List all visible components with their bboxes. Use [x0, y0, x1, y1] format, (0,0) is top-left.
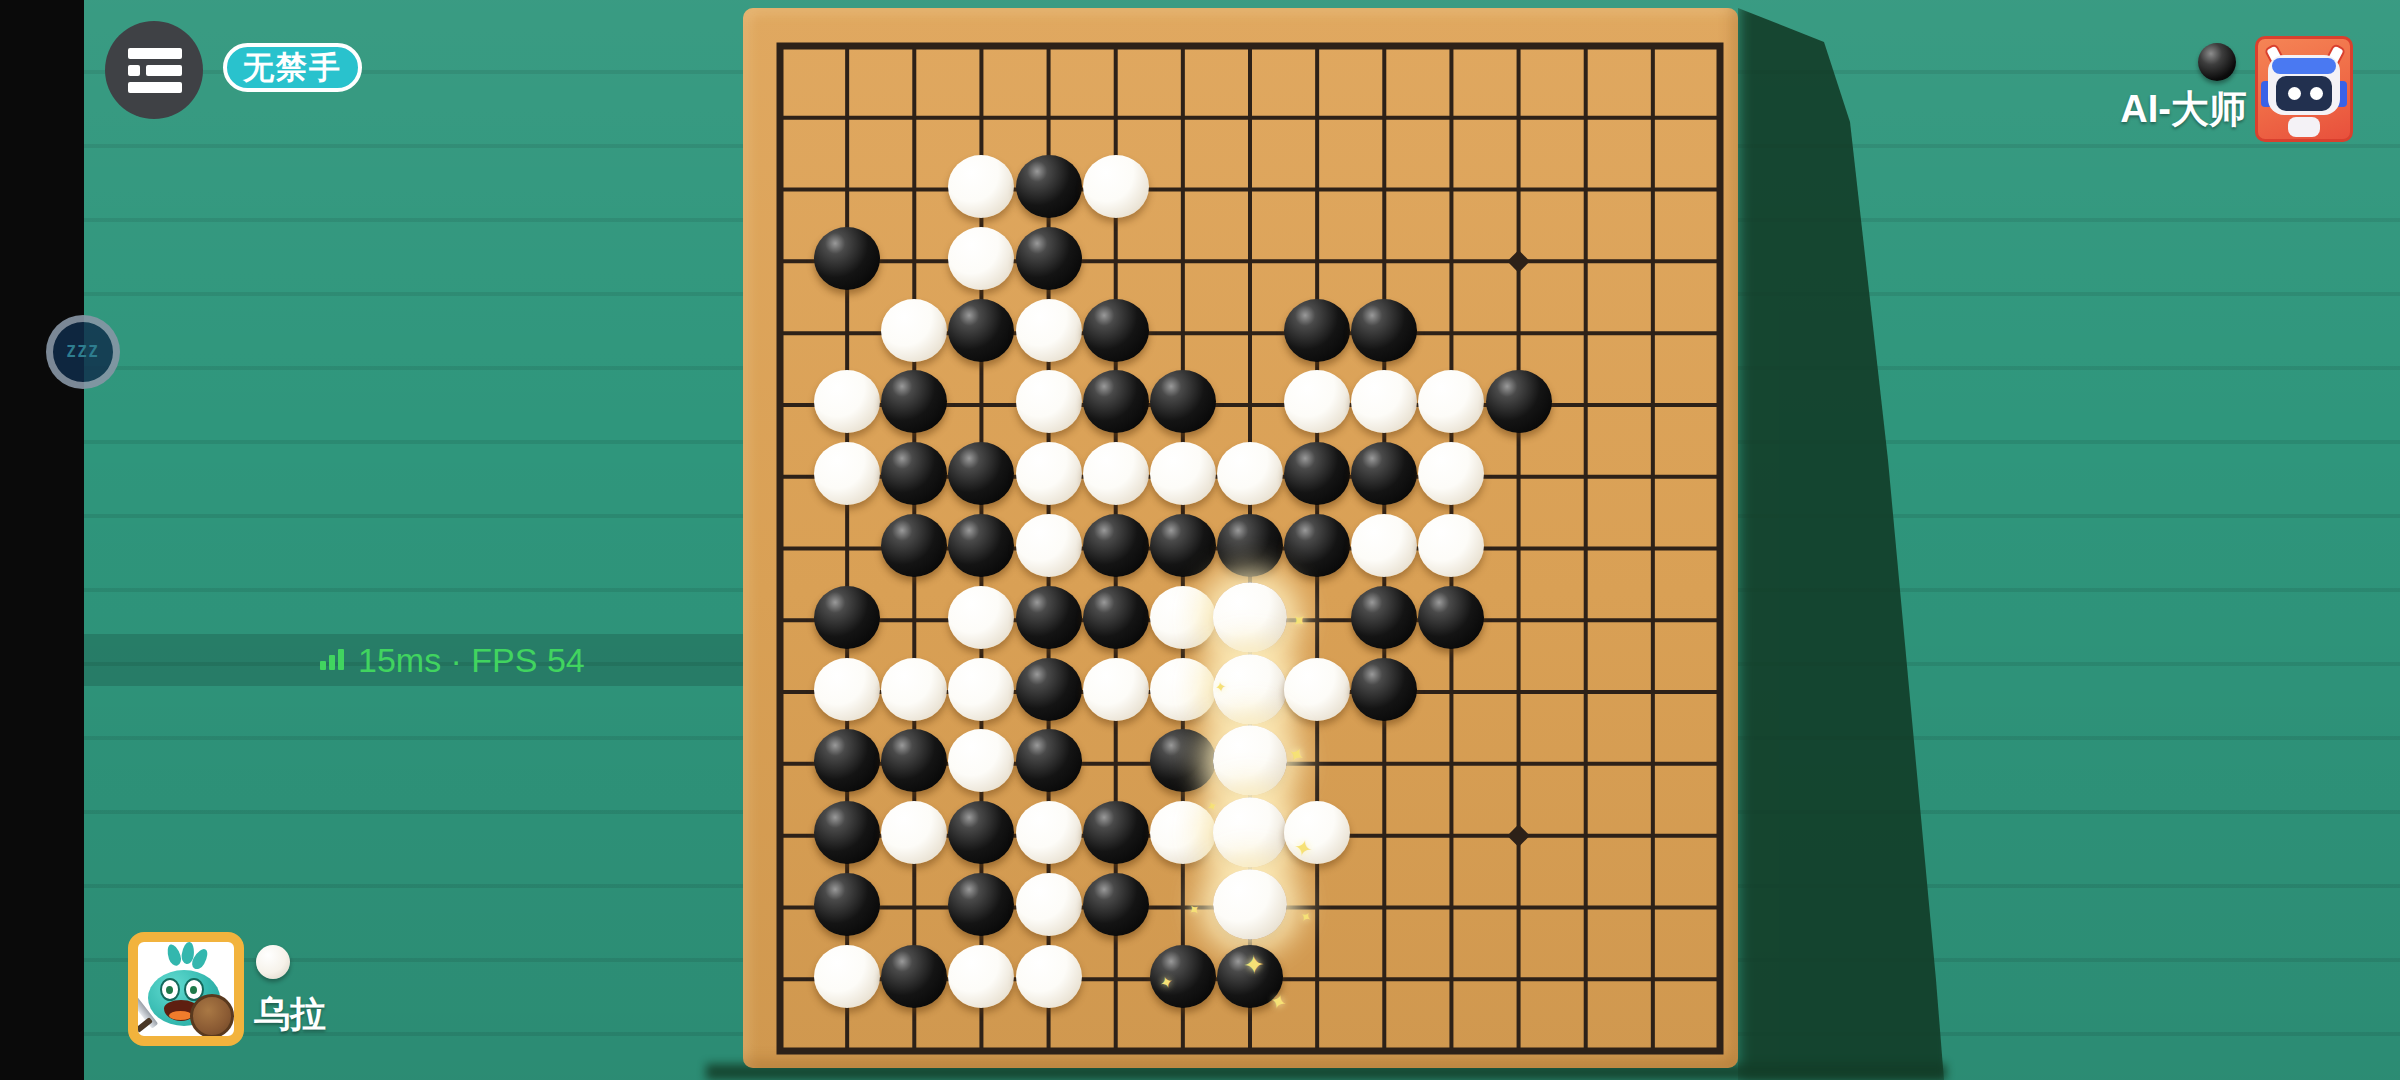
stone-white [1213, 726, 1287, 797]
menu-button[interactable] [105, 21, 203, 119]
stone-black [1016, 227, 1082, 290]
game-screen: ✦✦✦✦✦✦✦✦✦✦ 无禁手 ZZZ 15ms · FPS 54 AI-大师 [0, 0, 2400, 1080]
stone-black [1351, 586, 1417, 649]
stone-black [814, 873, 880, 936]
stone-black [881, 945, 947, 1008]
stone-white [1213, 869, 1287, 940]
stone-white [1016, 801, 1082, 864]
stone-white [1418, 514, 1484, 577]
rule-badge: 无禁手 [223, 43, 362, 92]
opponent-stone-color-icon [2198, 43, 2236, 81]
sleep-indicator: ZZZ [46, 315, 120, 389]
stone-white [1083, 155, 1149, 218]
left-black-strip [0, 0, 84, 1080]
stone-white [814, 945, 880, 1008]
stone-white [1016, 442, 1082, 505]
stone-white [948, 658, 1014, 721]
sparkle-icon: ✦ [1242, 951, 1265, 978]
stone-black [1083, 586, 1149, 649]
stone-white [948, 227, 1014, 290]
stone-black [1284, 514, 1350, 577]
gomoku-board[interactable]: ✦✦✦✦✦✦✦✦✦✦ [743, 8, 1738, 1068]
player-avatar[interactable] [128, 932, 244, 1046]
stone-black [1016, 658, 1082, 721]
stone-white [948, 945, 1014, 1008]
latency-fps-text: 15ms · FPS 54 [358, 641, 585, 680]
stone-white [814, 658, 880, 721]
stone-white [881, 801, 947, 864]
stone-black [1217, 514, 1283, 577]
signal-bars-icon [320, 648, 346, 672]
stone-white [1150, 442, 1216, 505]
stone-white [1016, 873, 1082, 936]
stone-white [1083, 442, 1149, 505]
opponent-name: AI-大师 [2087, 84, 2247, 135]
stone-black [948, 299, 1014, 362]
slime-icon [165, 943, 183, 968]
stone-white [1284, 658, 1350, 721]
player-stone-color-icon [256, 945, 290, 979]
stone-black [1150, 370, 1216, 433]
stone-white [948, 586, 1014, 649]
stone-black [1418, 586, 1484, 649]
stone-white [1351, 514, 1417, 577]
stone-black [1351, 658, 1417, 721]
stone-white [1213, 582, 1287, 653]
stone-black [814, 227, 880, 290]
rule-badge-label: 无禁手 [243, 47, 342, 89]
stone-white [1150, 801, 1216, 864]
stone-black [1351, 299, 1417, 362]
stone-black [1486, 370, 1552, 433]
stone-black [1016, 155, 1082, 218]
stone-white [1016, 370, 1082, 433]
opponent-avatar[interactable] [2255, 36, 2353, 142]
stone-white [881, 299, 947, 362]
stone-white [1016, 514, 1082, 577]
sleep-indicator-label: ZZZ [66, 343, 99, 361]
stone-black [814, 586, 880, 649]
sparkle-icon: ✦ [1214, 679, 1228, 694]
stone-black [1083, 514, 1149, 577]
stone-black [1284, 299, 1350, 362]
stone-white [881, 658, 947, 721]
stone-black [1150, 514, 1216, 577]
stone-black [1150, 729, 1216, 792]
stone-black [948, 873, 1014, 936]
stone-white [1150, 658, 1216, 721]
board-cast-shadow [1738, 0, 1953, 1080]
stone-white [1150, 586, 1216, 649]
stone-black [1083, 801, 1149, 864]
stone-black [814, 801, 880, 864]
stone-white [1083, 658, 1149, 721]
stone-white [814, 442, 880, 505]
stone-black [1083, 299, 1149, 362]
stone-white [1016, 945, 1082, 1008]
stone-black [1083, 873, 1149, 936]
stone-black [881, 514, 947, 577]
stone-black [1016, 729, 1082, 792]
player-name: 乌拉 [254, 990, 326, 1039]
stone-black [1016, 586, 1082, 649]
stone-white [1213, 797, 1287, 868]
performance-hud: 15ms · FPS 54 [84, 634, 743, 686]
stone-black [1083, 370, 1149, 433]
hamburger-icon [128, 48, 182, 59]
stone-black [948, 514, 1014, 577]
stone-white [1016, 299, 1082, 362]
stone-black [1284, 442, 1350, 505]
stone-white [1217, 442, 1283, 505]
